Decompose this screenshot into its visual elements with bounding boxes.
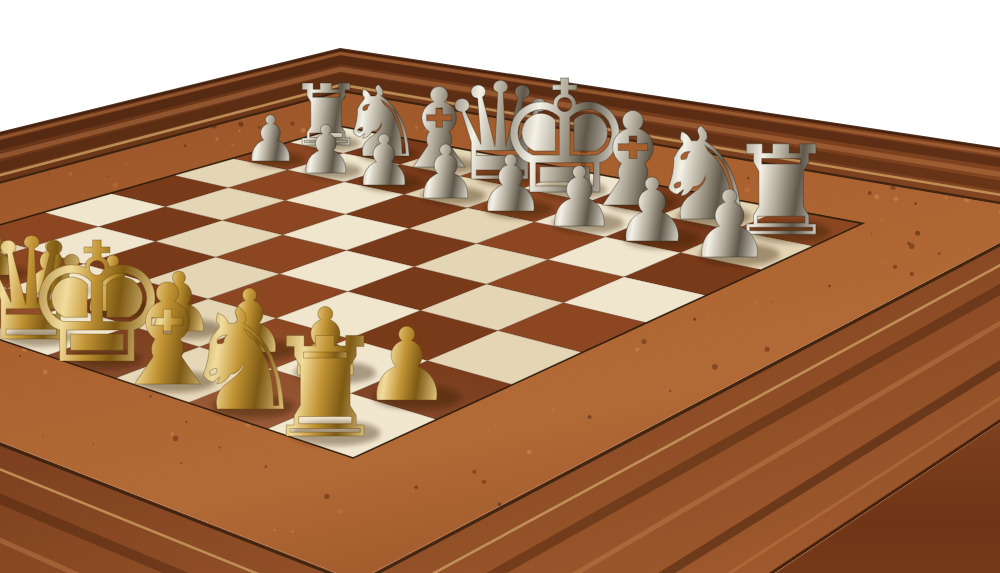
piece-black-pawn[interactable]: ♟ (613, 160, 692, 262)
piece-white-rook[interactable]: ♜ (263, 308, 387, 469)
chessboard: ♜♞♟♝♟♛♟♚♟♝♟♞♟♜♟♟♟♟♜♟♞♟♝♟♛♟♚♟♝♟♞♜ (0, 0, 1000, 573)
piece-black-pawn[interactable]: ♟ (412, 129, 478, 215)
photo-stage: ♜♞♟♝♟♛♟♚♟♝♟♞♟♜♟♟♟♟♜♟♞♟♝♟♛♟♚♟♝♟♞♜ (0, 0, 1000, 573)
piece-black-pawn[interactable]: ♟ (688, 170, 772, 279)
piece-black-pawn[interactable]: ♟ (353, 120, 416, 202)
piece-black-pawn[interactable]: ♟ (542, 149, 616, 246)
piece-black-pawn[interactable]: ♟ (296, 111, 356, 189)
piece-black-pawn[interactable]: ♟ (476, 138, 546, 229)
piece-black-pawn[interactable]: ♟ (242, 102, 299, 176)
